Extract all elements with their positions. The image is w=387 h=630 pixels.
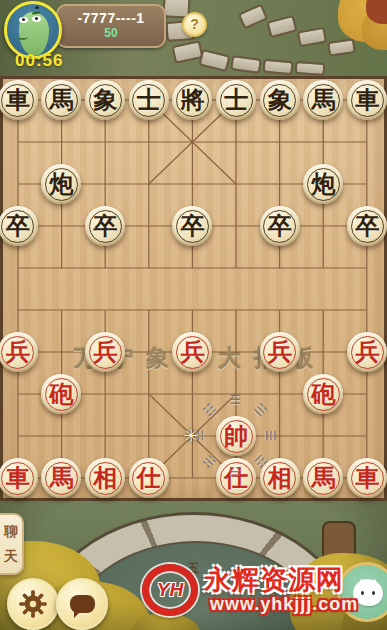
- piece-red-elephant[interactable]: 相: [85, 458, 125, 498]
- watermark-url: www.yhkjjj.com: [210, 594, 358, 615]
- piece-black-advisor[interactable]: 士: [216, 80, 256, 120]
- piece-red-rook[interactable]: 車: [347, 458, 387, 498]
- watermark-site-name: 永辉资源网: [204, 562, 344, 598]
- piece-red-horse[interactable]: 馬: [41, 458, 81, 498]
- piece-black-soldier[interactable]: 卒: [85, 206, 125, 246]
- piece-black-soldier[interactable]: 卒: [0, 206, 38, 246]
- piece-black-advisor[interactable]: 士: [129, 80, 169, 120]
- player-score: 50: [58, 26, 164, 40]
- piece-red-soldier[interactable]: 兵: [0, 332, 38, 372]
- player-name: -7777----1: [58, 10, 164, 26]
- chat-button[interactable]: [56, 578, 108, 630]
- piece-red-cannon[interactable]: 砲: [41, 374, 81, 414]
- piece-red-advisor[interactable]: 仕: [216, 458, 256, 498]
- yh-logo: YH: [142, 564, 198, 616]
- piece-red-horse[interactable]: 馬: [303, 458, 343, 498]
- chat-tab[interactable]: 聊天: [0, 513, 24, 575]
- piece-grid: 車馬象士將士象馬車炮炮卒卒卒卒卒兵兵兵兵兵砲砲帥車馬相仕仕相馬車☰☱☲☳☴☵☶☷…: [0, 79, 387, 499]
- settings-button[interactable]: [7, 578, 59, 630]
- piece-black-soldier[interactable]: 卒: [260, 206, 300, 246]
- piece-black-rook[interactable]: 車: [0, 80, 38, 120]
- piece-red-advisor[interactable]: 仕: [129, 458, 169, 498]
- piece-black-rook[interactable]: 車: [347, 80, 387, 120]
- piece-red-rook[interactable]: 車: [0, 458, 38, 498]
- gear-icon: [19, 590, 47, 618]
- player-plate: -7777----1 50: [56, 4, 166, 48]
- watermark: YH 永辉资源网 www.yhkjjj.com: [138, 560, 387, 626]
- piece-red-soldier[interactable]: 兵: [260, 332, 300, 372]
- piece-black-horse[interactable]: 馬: [303, 80, 343, 120]
- piece-black-elephant[interactable]: 象: [260, 80, 300, 120]
- piece-red-soldier[interactable]: 兵: [172, 332, 212, 372]
- piece-red-elephant[interactable]: 相: [260, 458, 300, 498]
- help-button[interactable]: ?: [182, 12, 207, 37]
- piece-red-soldier[interactable]: 兵: [347, 332, 387, 372]
- piece-red-general[interactable]: 帥: [216, 416, 256, 456]
- game-screen: 万宁象棋大招版 天覆 五 車馬象士將士象馬車炮炮卒卒卒卒卒兵兵兵兵兵砲砲帥車馬相…: [0, 0, 387, 630]
- piece-black-soldier[interactable]: 卒: [172, 206, 212, 246]
- piece-red-soldier[interactable]: 兵: [85, 332, 125, 372]
- piece-black-general[interactable]: 將: [172, 80, 212, 120]
- speech-bubble-icon: [70, 595, 95, 613]
- move-timer: 00:56: [15, 51, 63, 71]
- piece-black-horse[interactable]: 馬: [41, 80, 81, 120]
- piece-black-cannon[interactable]: 炮: [41, 164, 81, 204]
- piece-red-cannon[interactable]: 砲: [303, 374, 343, 414]
- piece-black-elephant[interactable]: 象: [85, 80, 125, 120]
- piece-black-soldier[interactable]: 卒: [347, 206, 387, 246]
- piece-black-cannon[interactable]: 炮: [303, 164, 343, 204]
